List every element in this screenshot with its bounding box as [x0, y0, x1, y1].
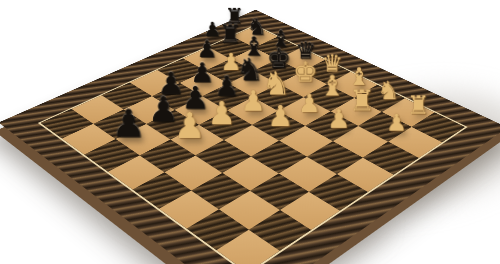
white-pawn: ♟ — [298, 92, 321, 117]
square-r1c7: ♟ — [388, 127, 443, 158]
board-field: ♜♞♝♛♛♝♞♜♟♜♝♚♚♝♜♟♟♟♞♞♟♟♟♟♟♟♟♟♟♟♟♟ — [38, 25, 468, 264]
white-pawn: ♟ — [240, 87, 265, 115]
white-pawn: ♟ — [386, 111, 407, 134]
chess-board: ♜♞♝♛♛♝♞♜♟♜♝♚♚♝♜♟♟♟♞♞♟♟♟♟♟♟♟♟♟♟♟♟ — [0, 10, 500, 264]
board-frame: ♜♞♝♛♛♝♞♜♟♜♝♚♚♝♜♟♟♟♞♞♟♟♟♟♟♟♟♟♟♟♟♟ — [0, 10, 500, 264]
square-r0c7: ♜ — [411, 112, 464, 142]
black-pawn: ♟ — [112, 104, 147, 143]
white-pawn: ♟ — [267, 102, 293, 131]
white-knight: ♞ — [377, 78, 400, 103]
white-pawn: ♟ — [173, 109, 205, 145]
black-knight: ♞ — [236, 54, 264, 85]
white-pawn: ♟ — [208, 98, 237, 130]
black-rook: ♜ — [218, 22, 241, 48]
white-king: ♚ — [292, 59, 317, 87]
white-rook: ♜ — [348, 87, 374, 116]
white-rook: ♜ — [407, 92, 430, 118]
white-pawn: ♟ — [327, 107, 350, 133]
white-bishop: ♝ — [320, 73, 346, 102]
white-knight: ♞ — [262, 67, 291, 99]
product-photo: ♜♞♝♛♛♝♞♜♟♜♝♚♚♝♜♟♟♟♞♞♟♟♟♟♟♟♟♟♟♟♟♟ — [0, 0, 500, 264]
